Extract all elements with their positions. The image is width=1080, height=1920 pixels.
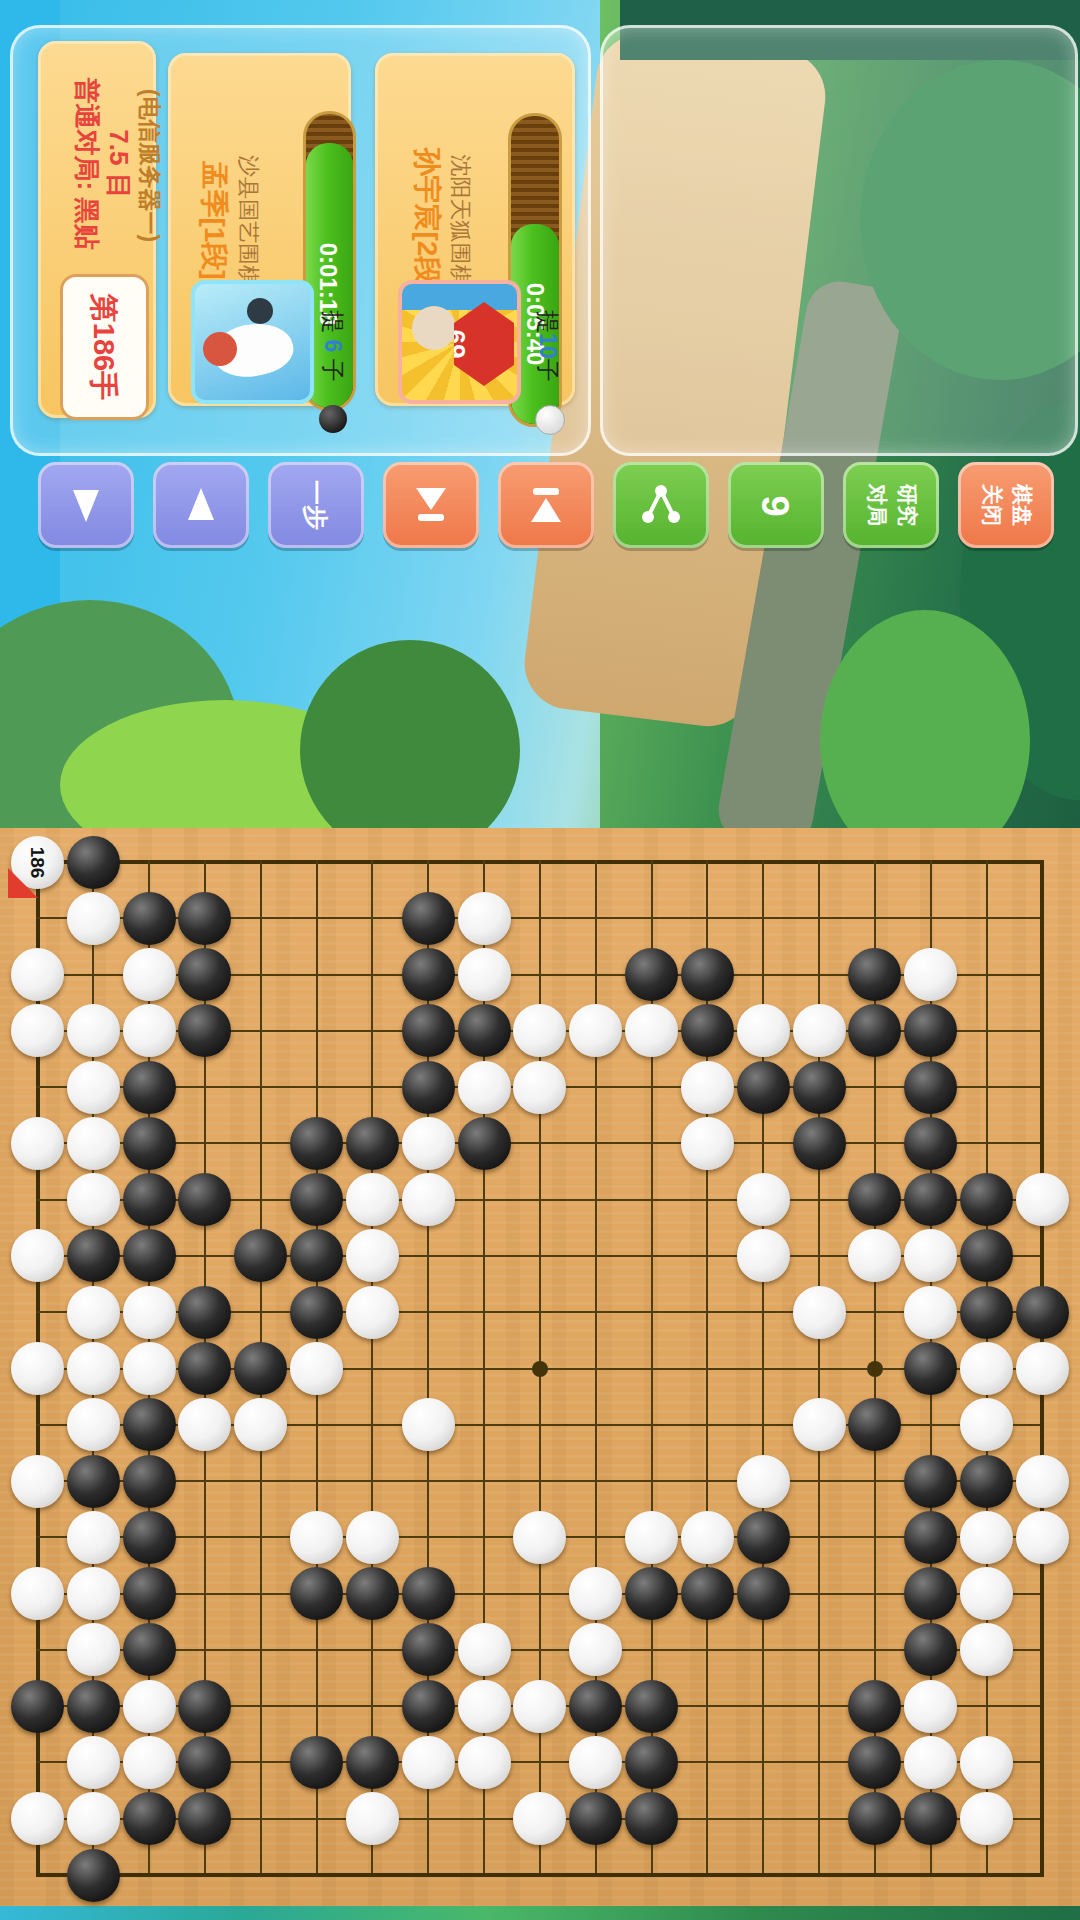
stone-black xyxy=(123,1117,176,1170)
stone-white xyxy=(960,1511,1013,1564)
stone-black xyxy=(625,1792,678,1845)
stone-black xyxy=(737,1511,790,1564)
stone-white xyxy=(848,1229,901,1282)
stone-white xyxy=(960,1623,1013,1676)
stone-white xyxy=(904,1286,957,1339)
stone-white xyxy=(402,1398,455,1451)
stone-black xyxy=(848,1398,901,1451)
match-info-card: 普通对局: 黑贴 7.5 目 (电信服务器一) 第186手 xyxy=(38,41,156,418)
jump-to-start-button[interactable] xyxy=(498,462,594,548)
nine-label: 9 xyxy=(754,484,796,528)
stone-black xyxy=(346,1736,399,1789)
stone-black xyxy=(960,1455,1013,1508)
stone-white xyxy=(569,1736,622,1789)
stone-white xyxy=(458,1623,511,1676)
stone-white xyxy=(904,1680,957,1733)
move-count-badge: 186 xyxy=(26,839,48,886)
stone-white xyxy=(625,1004,678,1057)
stone-black xyxy=(346,1567,399,1620)
stone-white xyxy=(513,1792,566,1845)
stone-white xyxy=(569,1004,622,1057)
player2-captures: 提10子 xyxy=(535,296,561,396)
stone-black xyxy=(848,1004,901,1057)
stone-black xyxy=(123,1061,176,1114)
player-card-black: 孟季[1段] 沙县国艺围棋 0:01:18 提 6 子 xyxy=(168,53,351,406)
stone-black xyxy=(904,1511,957,1564)
stone-black xyxy=(793,1061,846,1114)
close-label-2: 棋盘 xyxy=(1010,482,1034,528)
prev-move-button[interactable] xyxy=(38,462,134,548)
stone-black xyxy=(904,1173,957,1226)
stone-white xyxy=(960,1792,1013,1845)
game-research-button[interactable]: 对局 研究 xyxy=(843,462,939,548)
stone-black xyxy=(67,1680,120,1733)
stone-white xyxy=(904,1736,957,1789)
stone-white xyxy=(67,1567,120,1620)
share-button[interactable] xyxy=(613,462,709,548)
stone-black xyxy=(402,1567,455,1620)
stone-white xyxy=(1016,1455,1069,1508)
stone-white xyxy=(67,1398,120,1451)
stone-white xyxy=(123,1286,176,1339)
stone-white xyxy=(234,1398,287,1451)
stone-black xyxy=(848,948,901,1001)
stone-black xyxy=(569,1680,622,1733)
stone-black xyxy=(848,1173,901,1226)
stone-black xyxy=(290,1736,343,1789)
stone-black xyxy=(234,1229,287,1282)
stone-black xyxy=(625,948,678,1001)
komi-label: 7.5 目 xyxy=(104,108,134,220)
stone-white xyxy=(960,1398,1013,1451)
stone-black xyxy=(625,1680,678,1733)
stone-black xyxy=(67,1455,120,1508)
next-move-button[interactable] xyxy=(153,462,249,548)
stone-black xyxy=(960,1229,1013,1282)
stone-black xyxy=(123,1567,176,1620)
stone-white xyxy=(793,1398,846,1451)
stone-black xyxy=(904,1117,957,1170)
stone-white xyxy=(513,1680,566,1733)
stone-black xyxy=(123,1173,176,1226)
stone-white xyxy=(904,948,957,1001)
stone-black xyxy=(67,1849,120,1902)
stone-white xyxy=(458,892,511,945)
avatar-rider-shape xyxy=(203,332,237,366)
match-type-label: 普通对局: 黑贴 xyxy=(72,71,102,256)
stone-white xyxy=(402,1173,455,1226)
stone-white xyxy=(737,1004,790,1057)
stone-white xyxy=(67,1173,120,1226)
grid-line xyxy=(36,1593,1045,1595)
stone-black xyxy=(11,1680,64,1733)
stone-white xyxy=(346,1286,399,1339)
stone-white xyxy=(290,1342,343,1395)
stone-black xyxy=(178,1286,231,1339)
stone-black xyxy=(290,1567,343,1620)
stone-black xyxy=(346,1117,399,1170)
stone-white xyxy=(123,948,176,1001)
server-label: (电信服务器一) xyxy=(136,68,164,263)
stone-white xyxy=(67,892,120,945)
stone-black xyxy=(67,836,120,889)
stone-black xyxy=(123,1623,176,1676)
stone-white xyxy=(123,1004,176,1057)
stone-white xyxy=(458,948,511,1001)
triangle-up-icon xyxy=(177,481,225,529)
stone-white xyxy=(737,1173,790,1226)
stone-black xyxy=(290,1229,343,1282)
stone-black xyxy=(681,1567,734,1620)
stone-white xyxy=(67,1342,120,1395)
research-label-2: 研究 xyxy=(895,482,919,528)
player1-captures: 提 6 子 xyxy=(320,296,346,396)
stone-white xyxy=(402,1736,455,1789)
stone-black xyxy=(904,1623,957,1676)
player1-name: 孟季[1段] xyxy=(198,138,230,303)
stone-white xyxy=(67,1061,120,1114)
player1-avatar xyxy=(191,280,314,404)
close-board-button[interactable]: 关闭 棋盘 xyxy=(958,462,1054,548)
stone-black xyxy=(402,1004,455,1057)
stone-black xyxy=(402,1061,455,1114)
stone-black xyxy=(904,1061,957,1114)
stone-white xyxy=(11,1455,64,1508)
stone-white xyxy=(346,1792,399,1845)
stone-white xyxy=(67,1004,120,1057)
nine-button[interactable]: 9 xyxy=(728,462,824,548)
player2-avatar: 69 xyxy=(398,280,521,404)
game-info-panel: 普通对局: 黑贴 7.5 目 (电信服务器一) 第186手 孟季[1段] 沙县国… xyxy=(10,25,591,456)
stone-black xyxy=(848,1680,901,1733)
stone-black xyxy=(904,1004,957,1057)
stone-black xyxy=(793,1117,846,1170)
research-label-1: 对局 xyxy=(865,482,889,528)
stone-white xyxy=(960,1567,1013,1620)
stone-white xyxy=(11,1004,64,1057)
star-point xyxy=(867,1361,883,1377)
stone-white xyxy=(346,1229,399,1282)
stone-white xyxy=(123,1736,176,1789)
jump-to-end-button[interactable] xyxy=(383,462,479,548)
stone-black xyxy=(123,892,176,945)
stone-white xyxy=(513,1511,566,1564)
stone-black xyxy=(178,892,231,945)
stone-black xyxy=(681,948,734,1001)
avatar-face-shape xyxy=(412,306,456,350)
stone-white xyxy=(793,1286,846,1339)
stone-white xyxy=(346,1511,399,1564)
stone-black xyxy=(625,1736,678,1789)
stone-white xyxy=(11,1792,64,1845)
player-card-white: 孙宇宸[2段] 沈阳天狐围棋 0:05:40 69 提10子 xyxy=(375,53,575,406)
stone-white xyxy=(67,1511,120,1564)
move-number-label: 第186手 xyxy=(88,289,120,405)
bottom-scenery-strip xyxy=(0,1906,1080,1920)
stone-white xyxy=(67,1792,120,1845)
stone-white xyxy=(123,1680,176,1733)
skip-up-icon xyxy=(522,481,570,529)
stone-white xyxy=(1016,1511,1069,1564)
go-board[interactable]: 186 xyxy=(0,828,1080,1908)
stone-black xyxy=(178,1680,231,1733)
close-label-1: 关闭 xyxy=(980,482,1004,528)
stone-black xyxy=(178,948,231,1001)
stone-white xyxy=(458,1680,511,1733)
stone-white xyxy=(681,1117,734,1170)
stone-black xyxy=(848,1736,901,1789)
stone-white xyxy=(67,1117,120,1170)
stone-black xyxy=(178,1736,231,1789)
move-number-box: 第186手 xyxy=(60,274,149,420)
stone-white xyxy=(67,1623,120,1676)
stone-black xyxy=(123,1511,176,1564)
stone-white xyxy=(737,1229,790,1282)
stone-white xyxy=(513,1004,566,1057)
player2-stone-icon xyxy=(535,405,565,435)
stone-black xyxy=(848,1792,901,1845)
stone-white xyxy=(569,1623,622,1676)
stone-white xyxy=(737,1455,790,1508)
stone-white xyxy=(67,1736,120,1789)
star-point xyxy=(532,1361,548,1377)
stone-black xyxy=(1016,1286,1069,1339)
stone-white xyxy=(290,1511,343,1564)
go-app-screen: 普通对局: 黑贴 7.5 目 (电信服务器一) 第186手 孟季[1段] 沙县国… xyxy=(0,0,1080,1920)
stone-white xyxy=(402,1117,455,1170)
stone-white xyxy=(513,1061,566,1114)
stone-black xyxy=(402,892,455,945)
stone-white xyxy=(681,1511,734,1564)
stone-white xyxy=(346,1173,399,1226)
stone-white xyxy=(458,1736,511,1789)
stone-black xyxy=(458,1117,511,1170)
bush xyxy=(300,640,520,845)
stone-white xyxy=(569,1567,622,1620)
stone-white xyxy=(11,948,64,1001)
share-icon xyxy=(637,481,685,529)
stone-white xyxy=(11,1229,64,1282)
avatar-badge-hexagon: 69 xyxy=(454,302,514,386)
stone-black xyxy=(290,1286,343,1339)
stone-white xyxy=(904,1229,957,1282)
stone-white xyxy=(11,1342,64,1395)
stone-black xyxy=(904,1342,957,1395)
stone-white xyxy=(625,1511,678,1564)
grid-line xyxy=(36,1649,1045,1651)
stone-black xyxy=(123,1229,176,1282)
stone-black xyxy=(960,1286,1013,1339)
stone-black xyxy=(234,1342,287,1395)
grid-line xyxy=(36,1480,1045,1482)
stone-black xyxy=(290,1173,343,1226)
stone-black xyxy=(290,1117,343,1170)
stone-white xyxy=(960,1342,1013,1395)
stone-black xyxy=(402,948,455,1001)
avatar-sky-shape xyxy=(402,284,517,310)
stone-black xyxy=(402,1623,455,1676)
stone-black xyxy=(178,1792,231,1845)
stone-black xyxy=(681,1004,734,1057)
stone-black xyxy=(178,1004,231,1057)
stone-black xyxy=(123,1455,176,1508)
stone-white xyxy=(67,1286,120,1339)
stone-white xyxy=(960,1736,1013,1789)
one-step-button[interactable]: 一步 xyxy=(268,462,364,548)
stone-white xyxy=(458,1061,511,1114)
stone-black xyxy=(178,1173,231,1226)
skip-down-icon xyxy=(407,481,455,529)
stone-black xyxy=(904,1455,957,1508)
stone-black xyxy=(737,1061,790,1114)
stone-white xyxy=(1016,1173,1069,1226)
grid-line xyxy=(36,1873,1045,1877)
stone-white xyxy=(11,1567,64,1620)
stone-black xyxy=(625,1567,678,1620)
message-panel: 对局消息 赵盼儿 进入对局室 xyxy=(600,25,1078,456)
player1-stone-icon xyxy=(319,405,347,433)
stone-black xyxy=(904,1792,957,1845)
stone-white xyxy=(123,1342,176,1395)
stone-black xyxy=(178,1342,231,1395)
stone-black xyxy=(123,1398,176,1451)
stone-black xyxy=(960,1173,1013,1226)
stone-black xyxy=(737,1567,790,1620)
stone-black xyxy=(569,1792,622,1845)
avatar-head-shape xyxy=(247,298,273,324)
stone-black xyxy=(458,1004,511,1057)
triangle-down-icon xyxy=(62,481,110,529)
one-step-label: 一步 xyxy=(302,474,330,536)
stone-white xyxy=(178,1398,231,1451)
stone-black xyxy=(402,1680,455,1733)
stone-black xyxy=(67,1229,120,1282)
stone-white xyxy=(793,1004,846,1057)
stone-white xyxy=(681,1061,734,1114)
stone-black xyxy=(123,1792,176,1845)
stone-white xyxy=(1016,1342,1069,1395)
stone-black xyxy=(904,1567,957,1620)
stone-white xyxy=(11,1117,64,1170)
